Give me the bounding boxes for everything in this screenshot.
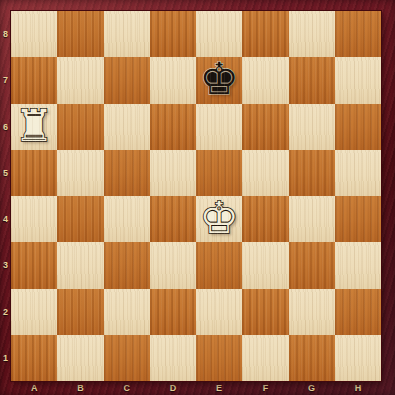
square-b8[interactable]: [57, 11, 103, 57]
rank-label-1: 1: [0, 335, 11, 381]
square-f3[interactable]: [242, 242, 288, 288]
file-label-f: F: [242, 381, 288, 395]
square-d7[interactable]: [150, 57, 196, 103]
square-f5[interactable]: [242, 150, 288, 196]
square-a8[interactable]: [11, 11, 57, 57]
square-e7[interactable]: ♚: [196, 57, 242, 103]
square-d5[interactable]: [150, 150, 196, 196]
square-d4[interactable]: [150, 196, 196, 242]
square-d8[interactable]: [150, 11, 196, 57]
file-label-c: C: [104, 381, 150, 395]
square-e5[interactable]: [196, 150, 242, 196]
file-label-a: A: [11, 381, 57, 395]
square-c6[interactable]: [104, 104, 150, 150]
square-g1[interactable]: [289, 335, 335, 381]
square-c3[interactable]: [104, 242, 150, 288]
square-f6[interactable]: [242, 104, 288, 150]
chess-board: ♚♜♚: [11, 11, 381, 381]
square-c5[interactable]: [104, 150, 150, 196]
square-a3[interactable]: [11, 242, 57, 288]
square-f2[interactable]: [242, 289, 288, 335]
square-a5[interactable]: [11, 150, 57, 196]
square-h5[interactable]: [335, 150, 381, 196]
square-e1[interactable]: [196, 335, 242, 381]
square-g3[interactable]: [289, 242, 335, 288]
square-c8[interactable]: [104, 11, 150, 57]
file-labels: ABCDEFGH: [11, 381, 381, 395]
rank-label-7: 7: [0, 57, 11, 103]
piece-white-rook[interactable]: ♜: [14, 104, 53, 148]
square-h6[interactable]: [335, 104, 381, 150]
square-f8[interactable]: [242, 11, 288, 57]
square-c2[interactable]: [104, 289, 150, 335]
rank-label-5: 5: [0, 150, 11, 196]
square-e2[interactable]: [196, 289, 242, 335]
square-g6[interactable]: [289, 104, 335, 150]
piece-white-king[interactable]: ♚: [199, 196, 238, 240]
square-g7[interactable]: [289, 57, 335, 103]
rank-label-4: 4: [0, 196, 11, 242]
rank-label-8: 8: [0, 11, 11, 57]
file-label-h: H: [335, 381, 381, 395]
square-a2[interactable]: [11, 289, 57, 335]
square-h2[interactable]: [335, 289, 381, 335]
square-f1[interactable]: [242, 335, 288, 381]
square-b7[interactable]: [57, 57, 103, 103]
file-label-d: D: [150, 381, 196, 395]
square-a6[interactable]: ♜: [11, 104, 57, 150]
square-a4[interactable]: [11, 196, 57, 242]
square-d6[interactable]: [150, 104, 196, 150]
square-d3[interactable]: [150, 242, 196, 288]
square-c4[interactable]: [104, 196, 150, 242]
square-e3[interactable]: [196, 242, 242, 288]
rank-label-6: 6: [0, 104, 11, 150]
square-c7[interactable]: [104, 57, 150, 103]
square-g5[interactable]: [289, 150, 335, 196]
file-label-e: E: [196, 381, 242, 395]
square-g4[interactable]: [289, 196, 335, 242]
square-c1[interactable]: [104, 335, 150, 381]
square-a1[interactable]: [11, 335, 57, 381]
file-label-b: B: [57, 381, 103, 395]
square-f4[interactable]: [242, 196, 288, 242]
square-b4[interactable]: [57, 196, 103, 242]
square-a7[interactable]: [11, 57, 57, 103]
square-b3[interactable]: [57, 242, 103, 288]
square-h4[interactable]: [335, 196, 381, 242]
rank-label-2: 2: [0, 289, 11, 335]
square-e4[interactable]: ♚: [196, 196, 242, 242]
square-g8[interactable]: [289, 11, 335, 57]
rank-label-3: 3: [0, 242, 11, 288]
chess-board-frame: 87654321 ABCDEFGH ♚♜♚: [0, 0, 395, 395]
square-b1[interactable]: [57, 335, 103, 381]
square-h7[interactable]: [335, 57, 381, 103]
square-g2[interactable]: [289, 289, 335, 335]
rank-labels: 87654321: [0, 11, 11, 381]
piece-black-king[interactable]: ♚: [199, 57, 238, 101]
square-f7[interactable]: [242, 57, 288, 103]
file-label-g: G: [289, 381, 335, 395]
square-h1[interactable]: [335, 335, 381, 381]
square-d2[interactable]: [150, 289, 196, 335]
square-h8[interactable]: [335, 11, 381, 57]
square-b6[interactable]: [57, 104, 103, 150]
square-e8[interactable]: [196, 11, 242, 57]
square-b2[interactable]: [57, 289, 103, 335]
square-e6[interactable]: [196, 104, 242, 150]
square-d1[interactable]: [150, 335, 196, 381]
square-h3[interactable]: [335, 242, 381, 288]
square-b5[interactable]: [57, 150, 103, 196]
